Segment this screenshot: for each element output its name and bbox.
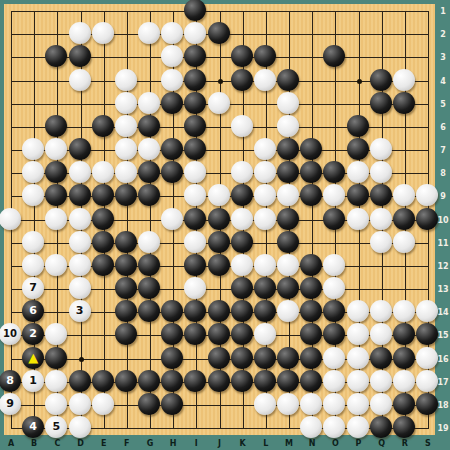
black-stone <box>254 45 276 67</box>
black-stone <box>69 370 91 392</box>
white-stone <box>254 69 276 91</box>
white-stone <box>92 22 114 44</box>
go-board-screenshot: 76310281945▲1234567891011121314151617181… <box>0 0 450 450</box>
black-stone <box>208 254 230 276</box>
white-stone <box>231 161 253 183</box>
column-label: L <box>261 439 271 448</box>
column-label: S <box>423 439 433 448</box>
white-stone <box>254 254 276 276</box>
white-stone <box>393 300 415 322</box>
black-stone <box>208 323 230 345</box>
column-label: F <box>122 439 132 448</box>
black-stone <box>300 254 322 276</box>
black-stone <box>115 300 137 322</box>
black-stone <box>277 231 299 253</box>
black-stone <box>277 69 299 91</box>
black-stone <box>393 416 415 438</box>
white-stone <box>92 393 114 415</box>
black-stone <box>277 208 299 230</box>
white-stone <box>161 208 183 230</box>
black-stone <box>92 184 114 206</box>
white-stone <box>370 370 392 392</box>
white-stone <box>323 370 345 392</box>
white-stone <box>69 231 91 253</box>
white-stone <box>416 347 438 369</box>
black-stone <box>347 115 369 137</box>
white-stone <box>370 161 392 183</box>
black-stone <box>115 370 137 392</box>
white-stone <box>347 416 369 438</box>
white-stone <box>393 370 415 392</box>
black-stone <box>92 208 114 230</box>
black-stone <box>231 370 253 392</box>
white-stone <box>69 208 91 230</box>
white-stone <box>254 184 276 206</box>
row-label: 11 <box>436 239 450 248</box>
black-stone <box>184 115 206 137</box>
white-stone <box>231 208 253 230</box>
white-stone <box>370 208 392 230</box>
black-stone <box>138 254 160 276</box>
white-stone <box>416 370 438 392</box>
black-stone <box>45 115 67 137</box>
white-stone <box>277 254 299 276</box>
black-stone <box>277 277 299 299</box>
black-stone <box>393 393 415 415</box>
white-stone <box>277 115 299 137</box>
white-stone <box>138 231 160 253</box>
white-stone <box>347 208 369 230</box>
row-label: 3 <box>436 53 450 62</box>
white-stone <box>347 323 369 345</box>
move-number-stone: 8 <box>0 370 21 392</box>
white-stone <box>161 69 183 91</box>
white-stone <box>393 69 415 91</box>
column-label: A <box>6 439 16 448</box>
row-label: 9 <box>436 192 450 201</box>
black-stone <box>115 277 137 299</box>
black-stone <box>115 231 137 253</box>
row-label: 14 <box>436 308 450 317</box>
white-stone <box>254 323 276 345</box>
column-label: K <box>238 439 248 448</box>
black-stone <box>161 138 183 160</box>
white-stone <box>69 161 91 183</box>
column-label: D <box>76 439 86 448</box>
white-stone <box>393 184 415 206</box>
white-stone <box>347 347 369 369</box>
column-label: J <box>215 439 225 448</box>
white-stone <box>370 393 392 415</box>
black-stone <box>370 184 392 206</box>
column-label: G <box>145 439 155 448</box>
white-stone <box>231 254 253 276</box>
triangle-mark-icon: ▲ <box>28 351 38 364</box>
black-stone <box>300 277 322 299</box>
black-stone <box>231 300 253 322</box>
white-stone <box>370 300 392 322</box>
black-stone <box>370 347 392 369</box>
black-stone <box>254 277 276 299</box>
white-stone <box>323 347 345 369</box>
column-label: H <box>168 439 178 448</box>
black-stone <box>231 277 253 299</box>
black-stone <box>277 138 299 160</box>
black-stone <box>138 393 160 415</box>
star-point <box>357 79 362 84</box>
black-stone <box>277 370 299 392</box>
black-stone <box>393 208 415 230</box>
row-label: 4 <box>436 77 450 86</box>
black-stone <box>231 347 253 369</box>
black-stone <box>277 161 299 183</box>
row-label: 5 <box>436 100 450 109</box>
black-stone <box>161 347 183 369</box>
row-label: 13 <box>436 285 450 294</box>
white-stone <box>45 393 67 415</box>
star-point <box>218 79 223 84</box>
column-label: Q <box>377 439 387 448</box>
row-label: 8 <box>436 169 450 178</box>
white-stone <box>393 231 415 253</box>
black-stone <box>370 92 392 114</box>
move-number-stone: 4 <box>22 416 44 438</box>
black-stone <box>69 138 91 160</box>
black-stone <box>208 22 230 44</box>
white-stone <box>370 231 392 253</box>
black-stone <box>231 69 253 91</box>
white-stone <box>45 370 67 392</box>
move-number-stone: 7 <box>22 277 44 299</box>
column-label: N <box>307 439 317 448</box>
star-point <box>79 357 84 362</box>
black-stone <box>184 69 206 91</box>
black-stone <box>416 393 438 415</box>
white-stone <box>254 161 276 183</box>
black-stone <box>115 184 137 206</box>
black-stone <box>208 208 230 230</box>
black-stone <box>92 370 114 392</box>
black-stone <box>323 208 345 230</box>
black-stone <box>115 323 137 345</box>
row-label: 6 <box>436 123 450 132</box>
column-label: O <box>330 439 340 448</box>
black-stone <box>92 254 114 276</box>
white-stone <box>22 231 44 253</box>
white-stone <box>347 300 369 322</box>
white-stone <box>115 69 137 91</box>
white-stone <box>69 393 91 415</box>
white-stone <box>115 92 137 114</box>
white-stone <box>254 393 276 415</box>
black-stone <box>231 323 253 345</box>
column-label: I <box>191 439 201 448</box>
white-stone <box>69 69 91 91</box>
column-label: C <box>52 439 62 448</box>
black-stone <box>277 347 299 369</box>
black-stone <box>138 370 160 392</box>
black-stone <box>161 370 183 392</box>
white-stone <box>347 370 369 392</box>
white-stone <box>138 138 160 160</box>
black-stone <box>393 347 415 369</box>
white-stone <box>277 393 299 415</box>
move-number-stone: 3 <box>69 300 91 322</box>
white-stone <box>115 161 137 183</box>
row-label: 7 <box>436 146 450 155</box>
black-stone <box>69 184 91 206</box>
white-stone <box>22 254 44 276</box>
black-stone <box>161 393 183 415</box>
white-stone <box>231 115 253 137</box>
black-stone <box>92 115 114 137</box>
black-stone <box>347 138 369 160</box>
white-stone <box>184 231 206 253</box>
black-stone <box>115 254 137 276</box>
black-stone <box>45 347 67 369</box>
black-stone <box>300 370 322 392</box>
black-stone <box>208 231 230 253</box>
black-stone <box>208 370 230 392</box>
black-stone <box>231 184 253 206</box>
column-label: R <box>400 439 410 448</box>
white-stone <box>347 393 369 415</box>
column-label: B <box>29 439 39 448</box>
row-label: 19 <box>436 424 450 433</box>
white-stone <box>254 138 276 160</box>
white-stone <box>115 138 137 160</box>
row-label: 18 <box>436 401 450 410</box>
white-stone <box>370 138 392 160</box>
black-stone <box>254 370 276 392</box>
white-stone <box>0 208 21 230</box>
column-label: M <box>284 439 294 448</box>
black-stone <box>231 231 253 253</box>
white-stone <box>300 416 322 438</box>
black-stone <box>161 92 183 114</box>
black-stone <box>208 347 230 369</box>
row-label: 10 <box>436 216 450 225</box>
white-stone <box>138 92 160 114</box>
black-stone <box>347 184 369 206</box>
white-stone <box>208 184 230 206</box>
row-label: 12 <box>436 262 450 271</box>
white-stone <box>69 416 91 438</box>
row-label: 15 <box>436 331 450 340</box>
white-stone <box>69 22 91 44</box>
white-stone <box>208 92 230 114</box>
white-stone <box>69 254 91 276</box>
white-stone <box>115 115 137 137</box>
black-stone <box>69 45 91 67</box>
white-stone <box>254 208 276 230</box>
black-stone <box>138 115 160 137</box>
row-label: 2 <box>436 30 450 39</box>
black-stone <box>184 254 206 276</box>
black-stone <box>138 300 160 322</box>
white-stone <box>138 22 160 44</box>
white-stone <box>277 300 299 322</box>
column-label: E <box>99 439 109 448</box>
black-stone <box>138 161 160 183</box>
white-stone <box>22 138 44 160</box>
black-stone <box>231 45 253 67</box>
black-stone <box>184 92 206 114</box>
black-stone <box>370 416 392 438</box>
black-stone <box>370 69 392 91</box>
column-label: P <box>354 439 364 448</box>
row-label: 17 <box>436 378 450 387</box>
black-stone <box>92 231 114 253</box>
black-stone <box>184 370 206 392</box>
white-stone <box>277 92 299 114</box>
white-stone <box>69 277 91 299</box>
black-stone <box>184 208 206 230</box>
black-stone <box>300 138 322 160</box>
row-label: 16 <box>436 355 450 364</box>
black-stone <box>208 300 230 322</box>
black-stone <box>254 300 276 322</box>
black-stone <box>254 347 276 369</box>
move-number-stone: 9 <box>0 393 21 415</box>
white-stone <box>370 323 392 345</box>
white-stone <box>323 393 345 415</box>
row-label: 1 <box>436 7 450 16</box>
black-stone <box>393 92 415 114</box>
black-stone <box>300 347 322 369</box>
move-number-stone: 1 <box>22 370 44 392</box>
white-stone <box>92 161 114 183</box>
white-stone <box>323 254 345 276</box>
white-stone <box>416 300 438 322</box>
black-stone <box>416 208 438 230</box>
white-stone <box>45 208 67 230</box>
white-stone <box>300 393 322 415</box>
white-stone <box>45 254 67 276</box>
white-stone <box>347 161 369 183</box>
black-stone <box>138 277 160 299</box>
black-stone <box>393 323 415 345</box>
